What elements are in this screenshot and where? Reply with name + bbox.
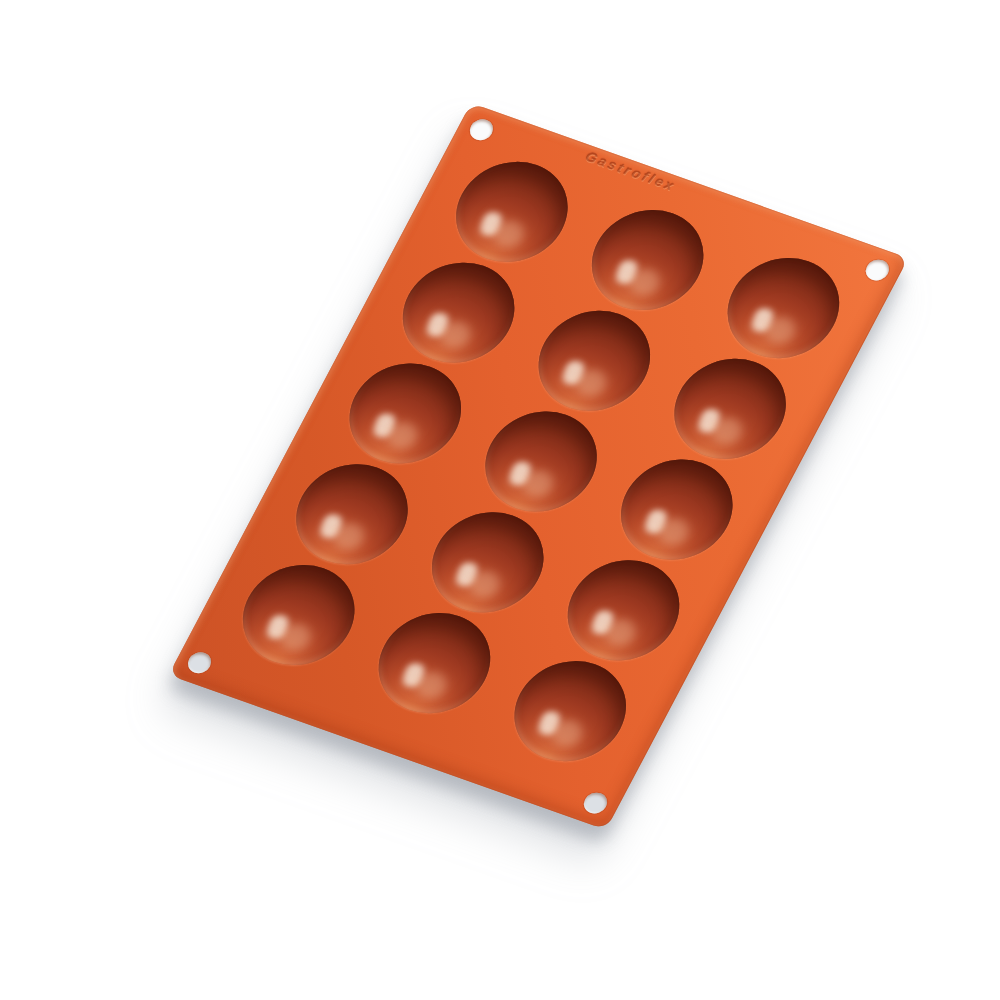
hemisphere-cavity	[709, 244, 858, 373]
hemisphere-cavity	[655, 344, 804, 473]
cavity-field	[169, 103, 909, 830]
hemisphere-cavity	[384, 248, 533, 377]
hemisphere-cavity	[520, 296, 669, 425]
silicone-mold-body: Gastroflex	[169, 103, 909, 830]
hemisphere-cavity	[331, 349, 480, 478]
hemisphere-cavity	[495, 647, 644, 776]
hemisphere-cavity	[413, 498, 562, 627]
hemisphere-cavity	[573, 195, 722, 324]
hemisphere-cavity	[466, 397, 615, 526]
hemisphere-cavity	[602, 445, 751, 574]
mold-shadow-wrapper: Gastroflex	[0, 0, 1000, 1000]
hemisphere-cavity	[549, 546, 698, 675]
hemisphere-cavity	[360, 599, 509, 728]
hemisphere-cavity	[437, 147, 586, 276]
photo-background: Gastroflex	[0, 0, 1000, 1000]
hemisphere-cavity	[277, 450, 426, 579]
hemisphere-cavity	[224, 550, 373, 679]
